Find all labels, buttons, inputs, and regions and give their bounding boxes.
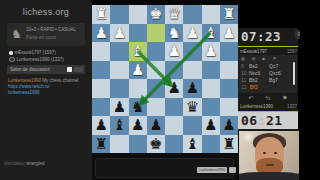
black-pawn[interactable]: ♟ <box>202 116 220 135</box>
chat-header: Salon de discussion <box>7 65 85 74</box>
black-rook[interactable]: ♜ <box>92 135 110 154</box>
square-g2[interactable]: ♟ <box>110 24 128 43</box>
square-e5[interactable] <box>147 79 165 98</box>
chat-username-dim: spectateur <box>4 161 25 166</box>
clock-colon: : <box>258 113 266 128</box>
opponent-rating: 1597 <box>287 48 297 55</box>
square-g3[interactable] <box>110 42 128 61</box>
move-toolbar-icon-2[interactable]: ▶ <box>263 56 266 62</box>
square-g6[interactable]: ♟ <box>110 98 128 117</box>
square-a8[interactable]: ♜ <box>220 135 238 154</box>
square-f2[interactable] <box>129 24 147 43</box>
square-a5[interactable] <box>220 79 238 98</box>
white-pawn[interactable]: ♟ <box>202 42 220 61</box>
square-a7[interactable]: ♟ <box>220 116 238 135</box>
square-a4[interactable] <box>220 61 238 80</box>
move-row: 11Bb2Bg7 <box>241 77 291 84</box>
white-king[interactable]: ♚ <box>147 5 165 24</box>
move-row: 9Be2Qc7 <box>241 63 291 70</box>
move-list-scrollbar[interactable] <box>293 62 296 85</box>
knight-icon: ♞ <box>11 27 22 41</box>
player-white-label: mEssow1797 (1597) <box>15 50 56 55</box>
square-b4[interactable] <box>202 61 220 80</box>
square-e4[interactable] <box>147 61 165 80</box>
move-toolbar-icon-0[interactable]: ▦ <box>241 56 245 62</box>
square-h5[interactable] <box>92 79 110 98</box>
black-pawn[interactable]: ♟ <box>110 98 128 117</box>
black-bishop[interactable]: ♝ <box>110 116 128 135</box>
square-b7[interactable]: ♟ <box>202 116 220 135</box>
square-a2[interactable]: ♟ <box>220 24 238 43</box>
streamer-shirt <box>239 172 299 180</box>
chat-username[interactable]: Lunkemess1990 <box>8 78 41 83</box>
streamer-mouth <box>266 164 274 166</box>
player-rating: 1337 <box>287 103 297 110</box>
chess-board[interactable]: ♜♚♛♜♟♟♞♟♝♟♝♟♟♟♟♟♟♞♛♟♝♟♟♟♟♜♚♝♜ <box>92 5 238 153</box>
square-d6[interactable] <box>165 98 183 117</box>
player-clock: 06:21 <box>238 112 298 129</box>
square-c6[interactable]: ♛ <box>183 98 201 117</box>
black-pawn[interactable]: ♟ <box>92 116 110 135</box>
move-white[interactable]: Nxc6 <box>249 70 269 77</box>
game-info-line1: 10+0 • RAPID • CASUAL <box>26 27 76 32</box>
white-pawn[interactable]: ♟ <box>110 24 128 43</box>
chat-bottom-line: spectateur wrangled <box>4 161 45 166</box>
white-bishop[interactable]: ♝ <box>129 42 147 61</box>
black-bishop[interactable]: ♝ <box>183 135 201 154</box>
move-toolbar-icon-1[interactable]: ▤ <box>252 56 256 62</box>
square-e7[interactable]: ♟ <box>147 116 165 135</box>
black-pawn[interactable]: ♟ <box>147 116 165 135</box>
move-number: 10 <box>241 70 249 77</box>
move-black[interactable]: Qc7 <box>269 63 289 70</box>
game-action-buttons: ↶½⚑ <box>238 94 298 103</box>
move-black[interactable]: Bg7 <box>269 77 289 84</box>
square-c2[interactable]: ♟ <box>183 24 201 43</box>
square-b5[interactable] <box>202 79 220 98</box>
square-f5[interactable] <box>129 79 147 98</box>
square-e6[interactable] <box>147 98 165 117</box>
black-strip <box>300 0 320 180</box>
player-name[interactable]: Lunkemess1990 <box>240 104 273 109</box>
square-g5[interactable] <box>110 79 128 98</box>
player-list: mEssow1797 (1597) Lunkemess1990 (1337) <box>9 50 64 63</box>
move-number: 11 <box>241 77 249 84</box>
move-list-panel: ▦▤▶⚑ 9Be2Qc710Nxc6Qxc611Bb2Bg712Bf3 <box>239 55 297 93</box>
move-white[interactable]: Be2 <box>249 63 269 70</box>
chat-text: My chess channel: <box>42 78 79 83</box>
webcam-feed <box>239 131 299 180</box>
square-h2[interactable]: ♟ <box>92 24 110 43</box>
square-c8[interactable]: ♝ <box>183 135 201 154</box>
stream-label-badge <box>229 167 236 173</box>
bottom-bar: Lunkemess1990 <box>92 153 238 180</box>
resign-flag-icon[interactable]: ⚑ <box>282 94 287 103</box>
square-g8[interactable] <box>110 135 128 154</box>
streamer-eye <box>263 152 266 154</box>
white-pawn[interactable]: ♟ <box>183 24 201 43</box>
site-title: lichess.org <box>0 7 92 17</box>
white-queen[interactable]: ♛ <box>165 5 183 24</box>
square-h7[interactable]: ♟ <box>92 116 110 135</box>
square-c4[interactable] <box>183 61 201 80</box>
white-rook[interactable]: ♜ <box>92 5 110 24</box>
square-h1[interactable]: ♜ <box>92 5 110 24</box>
clock-minutes: 06 <box>241 113 258 128</box>
stream-label: Lunkemess1990 <box>197 167 227 173</box>
move-list: 9Be2Qc710Nxc6Qxc611Bb2Bg712Bf3 <box>241 63 291 91</box>
move-number: 12 <box>241 84 249 91</box>
game-info-line2: Partie en cours <box>26 35 56 40</box>
square-b2[interactable]: ♝ <box>202 24 220 43</box>
move-white[interactable]: Bf3 <box>249 84 269 91</box>
square-b8[interactable] <box>202 135 220 154</box>
square-h6[interactable] <box>92 98 110 117</box>
square-e8[interactable]: ♚ <box>147 135 165 154</box>
square-g4[interactable] <box>110 61 128 80</box>
square-b1[interactable] <box>202 5 220 24</box>
square-b3[interactable]: ♟ <box>202 42 220 61</box>
square-h3[interactable] <box>92 42 110 61</box>
square-c1[interactable] <box>183 5 201 24</box>
square-g7[interactable]: ♝ <box>110 116 128 135</box>
square-a6[interactable] <box>220 98 238 117</box>
square-d8[interactable] <box>165 135 183 154</box>
chat-text: wrangled <box>26 161 44 166</box>
move-list-toolbar: ▦▤▶⚑ <box>241 56 291 62</box>
move-toolbar-icon-3[interactable]: ⚑ <box>273 56 277 62</box>
square-d1[interactable]: ♛ <box>165 5 183 24</box>
square-f3[interactable]: ♝ <box>129 42 147 61</box>
black-pawn[interactable]: ♟ <box>165 79 183 98</box>
player-black-row: Lunkemess1990 (1337) <box>9 57 64 64</box>
square-f6[interactable]: ♞ <box>129 98 147 117</box>
square-e2[interactable] <box>147 24 165 43</box>
black-king[interactable]: ♚ <box>147 135 165 154</box>
square-c5[interactable]: ♟ <box>183 79 201 98</box>
square-d3[interactable]: ♟ <box>165 42 183 61</box>
chat-header-label: Salon de discussion <box>10 67 50 72</box>
white-knight[interactable]: ♞ <box>165 24 183 43</box>
black-pawn[interactable]: ♟ <box>220 116 238 135</box>
black-pawn[interactable]: ♟ <box>183 79 201 98</box>
square-e1[interactable]: ♚ <box>147 5 165 24</box>
game-info-box: ♞ 10+0 • RAPID • CASUAL Partie en cours <box>7 23 85 46</box>
white-pawn[interactable]: ♟ <box>220 24 238 43</box>
black-pawn[interactable]: ♟ <box>129 116 147 135</box>
streamer-eye <box>274 152 277 154</box>
square-b6[interactable] <box>202 98 220 117</box>
white-bishop[interactable]: ♝ <box>202 24 220 43</box>
player-black-label: Lunkemess1990 (1337) <box>17 57 64 62</box>
black-queen[interactable]: ♛ <box>183 98 201 117</box>
black-rook[interactable]: ♜ <box>220 135 238 154</box>
white-pawn[interactable]: ♟ <box>165 42 183 61</box>
square-g1[interactable] <box>110 5 128 24</box>
square-f4[interactable]: ♟ <box>129 61 147 80</box>
square-d7[interactable] <box>165 116 183 135</box>
square-d4[interactable] <box>165 61 183 80</box>
stream-frame: lichess.org ♞ 10+0 • RAPID • CASUAL Part… <box>0 0 320 180</box>
chat-messages: Lunkemess1990 My chess channel: https://… <box>8 78 86 96</box>
opponent-name-row: 1597 mEssow1797 <box>240 48 297 55</box>
chat-settings-button[interactable] <box>74 67 83 72</box>
square-a3[interactable] <box>220 42 238 61</box>
move-number: 9 <box>241 63 249 70</box>
move-row: 10Nxc6Qxc6 <box>241 70 291 77</box>
square-d5[interactable]: ♟ <box>165 79 183 98</box>
move-black[interactable]: Qxc6 <box>269 70 289 77</box>
square-e3[interactable] <box>147 42 165 61</box>
square-c7[interactable] <box>183 116 201 135</box>
player-name-row: 1337 Lunkemess1990 <box>240 103 297 110</box>
white-rook[interactable]: ♜ <box>220 5 238 24</box>
left-sidebar: lichess.org ♞ 10+0 • RAPID • CASUAL Part… <box>0 0 92 180</box>
opponent-clock: 07:23 <box>238 28 298 45</box>
draw-offer-icon[interactable]: ½ <box>265 94 270 103</box>
square-h4[interactable] <box>92 61 110 80</box>
chat-toggle-checkbox[interactable] <box>67 67 72 72</box>
square-f1[interactable] <box>129 5 147 24</box>
white-color-icon <box>9 51 13 55</box>
black-color-icon <box>9 57 15 63</box>
move-row: 12Bf3 <box>241 84 291 91</box>
square-f8[interactable] <box>129 135 147 154</box>
square-c3[interactable] <box>183 42 201 61</box>
clock-seconds: 21 <box>266 113 283 128</box>
square-h8[interactable]: ♜ <box>92 135 110 154</box>
move-white[interactable]: Bb2 <box>249 77 269 84</box>
right-panel: 07:23 ⚙ 1597 mEssow1797 ▦▤▶⚑ 9Be2Qc710Nx… <box>238 0 300 180</box>
white-pawn[interactable]: ♟ <box>92 24 110 43</box>
square-d2[interactable]: ♞ <box>165 24 183 43</box>
square-f7[interactable]: ♟ <box>129 116 147 135</box>
square-a1[interactable]: ♜ <box>220 5 238 24</box>
white-pawn[interactable]: ♟ <box>129 61 147 80</box>
takeback-icon[interactable]: ↶ <box>248 94 253 103</box>
chat-link[interactable]: lunkemess1990 <box>8 90 86 96</box>
black-knight[interactable]: ♞ <box>129 98 147 117</box>
opponent-name[interactable]: mEssow1797 <box>240 49 267 54</box>
